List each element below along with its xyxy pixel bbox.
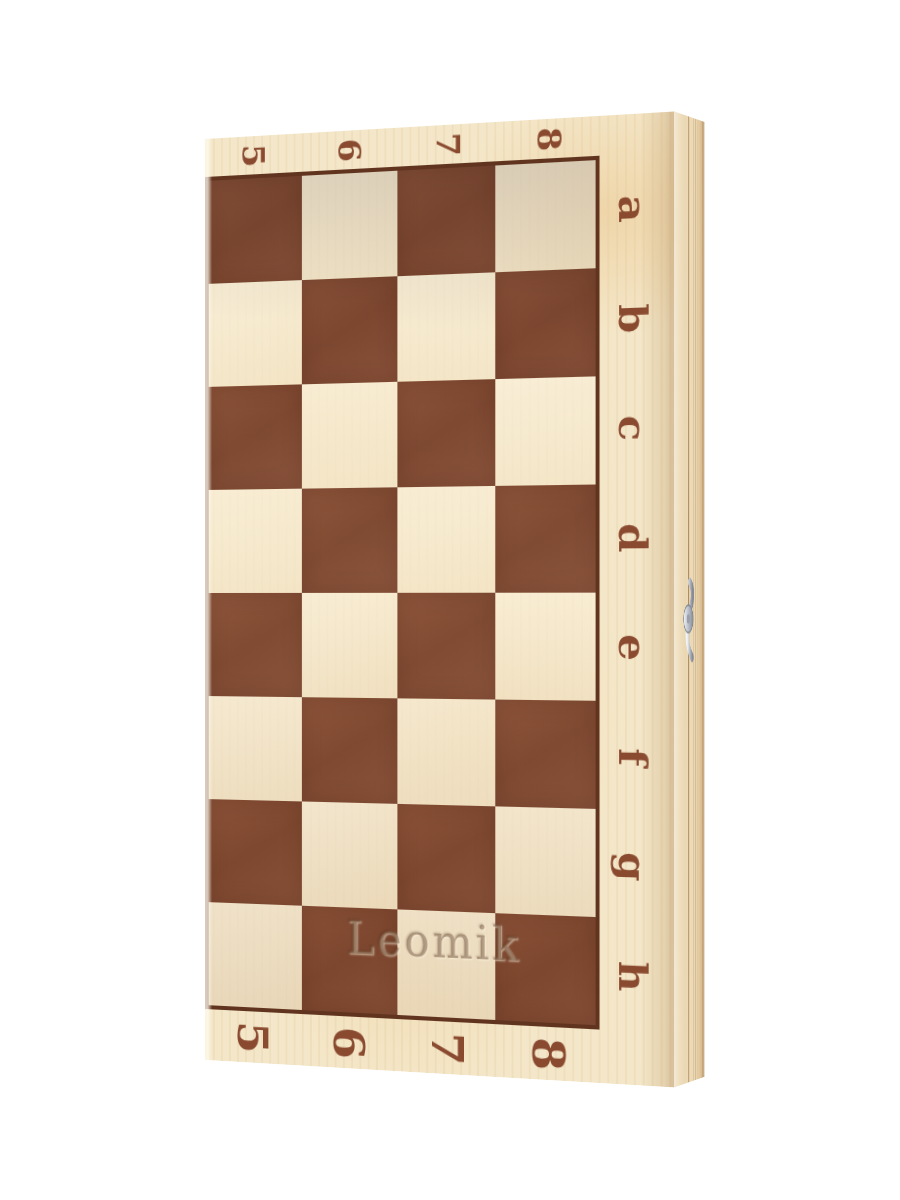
coord-label-file-f: f [613,748,652,767]
coord-label-file-d: d [613,523,652,553]
box-side-panel [674,111,704,1087]
square-h8 [495,913,595,1025]
coord-label-file-e: e [613,634,652,661]
square-a7 [397,165,495,276]
square-h5 [209,902,302,1010]
square-a6 [302,171,398,280]
board-front-face: 5678 abcdefgh 5678 Leomik [205,111,674,1087]
rank-labels-bottom: 5678 [205,1009,600,1083]
square-h7 [397,909,495,1020]
square-e7 [397,593,495,700]
square-b7 [397,272,495,381]
file-labels-right: abcdefgh [600,152,675,1034]
square-b8 [495,268,595,379]
square-g5 [209,799,302,906]
square-b5 [209,280,302,387]
coord-label-file-a: a [613,194,652,223]
coord-label-top-5: 5 [237,143,267,168]
coord-label-top-7: 7 [431,132,462,157]
square-d7 [397,486,495,593]
square-f5 [209,696,302,801]
square-c6 [302,382,398,489]
square-f8 [495,700,595,809]
square-g7 [397,804,495,913]
square-e5 [209,593,302,697]
coord-label-top-8: 8 [532,126,564,152]
square-e8 [495,593,595,701]
square-e6 [302,593,398,699]
coord-label-bottom-7: 7 [425,1030,468,1065]
coord-label-top-6: 6 [333,137,363,162]
rank-labels-top: 5678 [205,116,600,177]
chess-box: 5678 abcdefgh 5678 Leomik [205,111,674,1087]
square-h6 [302,906,398,1015]
brand-watermark: Leomik [268,907,606,976]
chessboard-grid [205,156,600,1030]
square-f6 [302,697,398,804]
coord-label-file-c: c [613,415,652,442]
square-c5 [209,384,302,490]
square-a5 [209,176,302,284]
square-f7 [397,698,495,806]
product-photo: 5678 abcdefgh 5678 Leomik [0,0,900,1200]
square-d8 [495,485,595,593]
coord-label-bottom-5: 5 [232,1020,273,1054]
square-c7 [397,379,495,487]
coord-label-bottom-6: 6 [327,1025,369,1060]
coord-label-file-b: b [613,303,652,334]
square-d5 [209,489,302,593]
coord-label-file-g: g [613,851,652,882]
square-g8 [495,806,595,917]
metal-clasp-icon [676,576,702,665]
square-c8 [495,376,595,486]
square-a8 [495,160,595,272]
coord-label-file-h: h [613,960,652,992]
square-b6 [302,276,398,384]
coord-label-bottom-8: 8 [526,1036,570,1072]
square-g6 [302,801,398,909]
square-d6 [302,487,398,593]
